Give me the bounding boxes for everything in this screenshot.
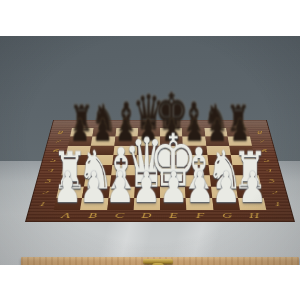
clasp-hasp bbox=[152, 263, 164, 265]
rank-label-left-8: 8 bbox=[49, 128, 72, 137]
rank-label-left-2: 2 bbox=[32, 186, 59, 197]
rank-label-right-8: 8 bbox=[248, 128, 271, 137]
file-label-f: F bbox=[187, 211, 215, 221]
rank-label-right-2: 2 bbox=[261, 186, 288, 197]
file-label-h: H bbox=[240, 211, 269, 221]
square-h1: ♟ bbox=[238, 198, 267, 210]
rank-label-right-7: 7 bbox=[250, 137, 274, 146]
square-a1: ♟ bbox=[54, 198, 83, 210]
photo-area: ♜♞♝♛♚♝♞♜♟♟♟♟♟♟♟♟♜♞♝♛♚♝♞♜♟♟♟♟♟♟♟♟ ABCDEFG… bbox=[0, 36, 300, 265]
piece-white-pawn: ♟ bbox=[159, 166, 188, 209]
product-photo: ♜♞♝♛♚♝♞♜♟♟♟♟♟♟♟♟♜♞♝♛♚♝♞♜♟♟♟♟♟♟♟♟ ABCDEFG… bbox=[0, 0, 300, 300]
piece-white-pawn: ♟ bbox=[132, 166, 161, 209]
box-front-panel bbox=[21, 257, 299, 265]
rank-label-left-7: 7 bbox=[46, 137, 70, 146]
rank-label-right-5: 5 bbox=[254, 155, 279, 165]
rank-label-right-6: 6 bbox=[252, 146, 277, 155]
file-label-a: A bbox=[51, 211, 80, 221]
piece-white-pawn: ♟ bbox=[106, 166, 135, 209]
rank-label-right-1: 1 bbox=[264, 198, 292, 210]
file-label-g: G bbox=[213, 211, 241, 221]
board-grid: ♜♞♝♛♚♝♞♜♟♟♟♟♟♟♟♟♜♞♝♛♚♝♞♜♟♟♟♟♟♟♟♟ bbox=[54, 128, 267, 210]
rank-label-left-5: 5 bbox=[41, 155, 66, 165]
chess-board: ♜♞♝♛♚♝♞♜♟♟♟♟♟♟♟♟♜♞♝♛♚♝♞♜♟♟♟♟♟♟♟♟ ABCDEFG… bbox=[25, 120, 295, 222]
rank-label-right-3: 3 bbox=[259, 175, 286, 186]
file-label-e: E bbox=[160, 211, 187, 221]
square-f1: ♟ bbox=[186, 198, 213, 210]
file-label-b: B bbox=[78, 211, 106, 221]
rank-label-left-1: 1 bbox=[28, 198, 56, 210]
rank-label-left-4: 4 bbox=[38, 165, 64, 175]
board-scene: ♜♞♝♛♚♝♞♜♟♟♟♟♟♟♟♟♜♞♝♛♚♝♞♜♟♟♟♟♟♟♟♟ ABCDEFG… bbox=[0, 36, 300, 265]
rank-label-left-6: 6 bbox=[43, 146, 68, 155]
piece-white-pawn: ♟ bbox=[185, 166, 214, 209]
file-label-c: C bbox=[106, 211, 134, 221]
rank-label-right-4: 4 bbox=[256, 165, 282, 175]
piece-white-pawn: ♟ bbox=[212, 166, 241, 209]
square-e1: ♟ bbox=[160, 198, 187, 210]
square-b1: ♟ bbox=[80, 198, 108, 210]
brass-clasp-icon bbox=[143, 259, 173, 265]
square-c1: ♟ bbox=[107, 198, 134, 210]
square-d1: ♟ bbox=[133, 198, 160, 210]
file-label-d: D bbox=[133, 211, 160, 221]
rank-label-left-3: 3 bbox=[35, 175, 62, 186]
square-g1: ♟ bbox=[212, 198, 240, 210]
piece-white-pawn: ♟ bbox=[79, 166, 108, 209]
